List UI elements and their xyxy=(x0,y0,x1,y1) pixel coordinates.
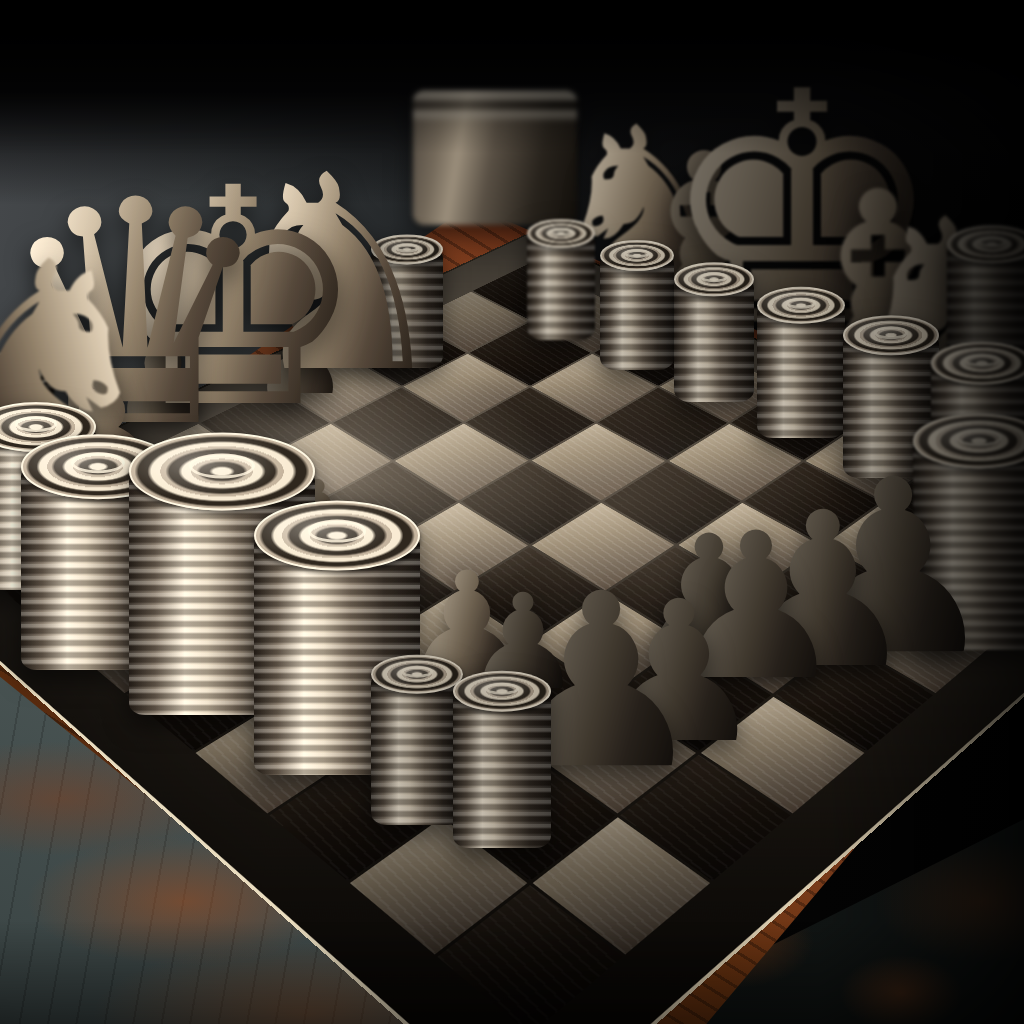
piece-can-e1[interactable] xyxy=(371,675,463,825)
scene: ♞♟♛♟♚♟♞♟♞♝♚♝♞♟♟♟♟♟♟♟♟♟ xyxy=(0,0,1024,1024)
can-lid xyxy=(129,432,315,510)
can-lid xyxy=(254,501,420,571)
piece-can-d7[interactable] xyxy=(600,256,674,370)
piece-can-f7[interactable] xyxy=(757,306,845,438)
pull-tab-icon xyxy=(786,297,816,308)
can-lid xyxy=(947,225,1024,263)
can-lid xyxy=(843,315,939,355)
pull-tab-icon xyxy=(401,666,433,678)
piece-can-c7[interactable] xyxy=(527,234,595,340)
piece-can-f1[interactable] xyxy=(453,692,551,848)
pull-tab-icon xyxy=(874,327,907,339)
pull-tab-icon xyxy=(549,227,572,236)
pull-tab-icon xyxy=(189,454,255,479)
pull-tab-icon xyxy=(71,452,125,473)
pull-tab-icon xyxy=(700,272,727,282)
pull-tab-icon xyxy=(15,416,57,432)
pieces-layer: ♞♟♛♟♚♟♞♟♞♝♚♝♞♟♟♟♟♟♟♟♟♟ xyxy=(0,0,1024,1024)
pull-tab-icon xyxy=(308,520,366,542)
pull-tab-icon xyxy=(624,249,649,258)
piece-can-e7[interactable] xyxy=(674,280,754,402)
can-lid xyxy=(931,342,1024,385)
pull-tab-icon xyxy=(485,682,519,695)
can-lid xyxy=(527,219,595,248)
can-lid xyxy=(371,655,463,694)
can-lid xyxy=(757,287,845,324)
can-lid xyxy=(674,262,754,296)
can-lid xyxy=(453,671,551,712)
pull-tab-icon xyxy=(964,354,999,367)
pull-tab-icon xyxy=(977,236,1008,248)
can-lid xyxy=(600,240,674,271)
